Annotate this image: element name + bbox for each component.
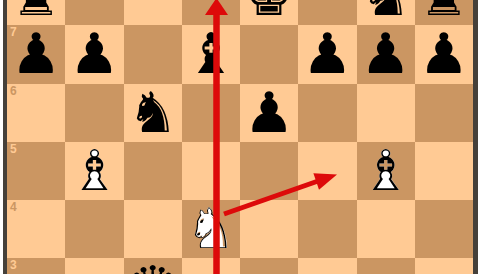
- square-c5[interactable]: [124, 142, 182, 200]
- square-f7[interactable]: ♟: [298, 25, 356, 83]
- knight-outline: ♘: [186, 200, 236, 258]
- rank-label-5: 5: [10, 143, 17, 155]
- piece-white-bishop-b5[interactable]: ♝♗: [69, 142, 119, 200]
- square-e4[interactable]: [240, 200, 298, 258]
- square-a3[interactable]: 3: [7, 258, 65, 274]
- square-h7[interactable]: ♟: [415, 25, 473, 83]
- piece-black-queen-c3[interactable]: ♛: [128, 258, 178, 274]
- square-e7[interactable]: [240, 25, 298, 83]
- piece-black-pawn-a7[interactable]: ♟: [11, 25, 61, 83]
- piece-black-pawn-e6[interactable]: ♟: [244, 84, 294, 142]
- chess-board: ♜♚♞♜7♟♟♝♟♟♟6♞♟5♝♗♝♗4♞♘3♛: [3, 0, 478, 274]
- square-f4[interactable]: [298, 200, 356, 258]
- chess-diagram: ♜♚♞♜7♟♟♝♟♟♟6♞♟5♝♗♝♗4♞♘3♛: [0, 0, 486, 274]
- bishop-outline: ♗: [69, 142, 119, 200]
- square-h5[interactable]: [415, 142, 473, 200]
- piece-black-pawn-h7[interactable]: ♟: [419, 25, 469, 83]
- piece-black-king-e8[interactable]: ♚: [244, 0, 294, 25]
- square-e5[interactable]: [240, 142, 298, 200]
- square-g4[interactable]: [357, 200, 415, 258]
- piece-black-knight-c6[interactable]: ♞: [128, 84, 178, 142]
- square-b6[interactable]: [65, 84, 123, 142]
- square-d7[interactable]: ♝: [182, 25, 240, 83]
- square-e8[interactable]: ♚: [240, 0, 298, 25]
- square-g7[interactable]: ♟: [357, 25, 415, 83]
- square-h3[interactable]: [415, 258, 473, 274]
- piece-black-pawn-g7[interactable]: ♟: [361, 25, 411, 83]
- square-c3[interactable]: ♛: [124, 258, 182, 274]
- piece-black-bishop-d7[interactable]: ♝: [186, 25, 236, 83]
- square-h4[interactable]: [415, 200, 473, 258]
- piece-white-knight-d4[interactable]: ♞♘: [186, 200, 236, 258]
- square-g6[interactable]: [357, 84, 415, 142]
- square-f6[interactable]: [298, 84, 356, 142]
- square-h6[interactable]: [415, 84, 473, 142]
- square-g5[interactable]: ♝♗: [357, 142, 415, 200]
- square-d4[interactable]: ♞♘: [182, 200, 240, 258]
- bishop-outline: ♗: [361, 142, 411, 200]
- square-b7[interactable]: ♟: [65, 25, 123, 83]
- square-c7[interactable]: [124, 25, 182, 83]
- square-g3[interactable]: [357, 258, 415, 274]
- square-b4[interactable]: [65, 200, 123, 258]
- square-a6[interactable]: 6: [7, 84, 65, 142]
- square-b3[interactable]: [65, 258, 123, 274]
- square-a4[interactable]: 4: [7, 200, 65, 258]
- square-e6[interactable]: ♟: [240, 84, 298, 142]
- square-c6[interactable]: ♞: [124, 84, 182, 142]
- piece-black-pawn-f7[interactable]: ♟: [302, 25, 352, 83]
- square-d5[interactable]: [182, 142, 240, 200]
- square-b5[interactable]: ♝♗: [65, 142, 123, 200]
- square-c8[interactable]: [124, 0, 182, 25]
- rank-label-6: 6: [10, 85, 17, 97]
- square-c4[interactable]: [124, 200, 182, 258]
- square-a5[interactable]: 5: [7, 142, 65, 200]
- piece-black-pawn-b7[interactable]: ♟: [69, 25, 119, 83]
- rank-label-4: 4: [10, 201, 17, 213]
- piece-white-bishop-g5[interactable]: ♝♗: [361, 142, 411, 200]
- board-grid: ♜♚♞♜7♟♟♝♟♟♟6♞♟5♝♗♝♗4♞♘3♛: [7, 0, 473, 274]
- square-f3[interactable]: [298, 258, 356, 274]
- square-e3[interactable]: [240, 258, 298, 274]
- square-f5[interactable]: [298, 142, 356, 200]
- rank-label-3: 3: [10, 259, 17, 271]
- square-a7[interactable]: 7♟: [7, 25, 65, 83]
- square-d6[interactable]: [182, 84, 240, 142]
- square-d3[interactable]: [182, 258, 240, 274]
